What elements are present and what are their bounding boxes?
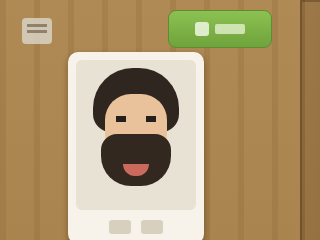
avatar-bearded-man <box>76 60 196 210</box>
badge-glyph-icon <box>195 22 209 36</box>
green-status-badge[interactable] <box>168 10 272 48</box>
player-top-chips <box>76 220 196 234</box>
chip <box>109 220 131 234</box>
sidebar <box>0 0 300 240</box>
avatar-beard <box>101 134 171 186</box>
player-card-top[interactable] <box>68 52 204 240</box>
avatar-eyes <box>116 116 156 122</box>
menu-lines-icon[interactable] <box>22 18 52 44</box>
badge-bar-icon <box>215 24 245 34</box>
board-frame <box>300 0 320 240</box>
chip <box>141 220 163 234</box>
